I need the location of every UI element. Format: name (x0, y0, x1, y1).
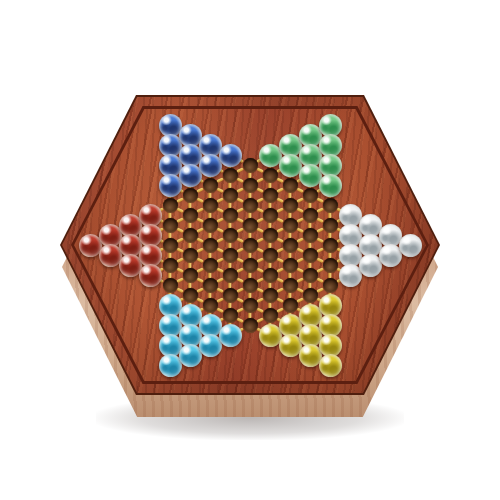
board-hole[interactable] (283, 238, 298, 253)
board-hole[interactable] (203, 238, 218, 253)
board-hole[interactable] (223, 188, 238, 203)
board-hole[interactable] (323, 258, 338, 273)
board-hole[interactable] (263, 228, 278, 243)
board-hole[interactable] (223, 208, 238, 223)
board-hole[interactable] (183, 248, 198, 263)
marble-yellow[interactable] (279, 334, 302, 357)
board-hole[interactable] (323, 238, 338, 253)
board-hole[interactable] (283, 298, 298, 313)
marble-white[interactable] (339, 264, 362, 287)
board-hole[interactable] (243, 278, 258, 293)
board-hole[interactable] (283, 258, 298, 273)
board-hole[interactable] (223, 228, 238, 243)
board-hole[interactable] (183, 288, 198, 303)
marble-red[interactable] (79, 234, 102, 257)
board-hole[interactable] (243, 238, 258, 253)
marble-blue[interactable] (199, 154, 222, 177)
board-hole[interactable] (263, 268, 278, 283)
board-hole[interactable] (223, 168, 238, 183)
marble-blue[interactable] (179, 164, 202, 187)
board-hole[interactable] (323, 218, 338, 233)
marble-blue[interactable] (219, 144, 242, 167)
marble-green[interactable] (259, 144, 282, 167)
board-hole[interactable] (263, 308, 278, 323)
board-hole[interactable] (223, 268, 238, 283)
board-hole[interactable] (263, 288, 278, 303)
board-hole[interactable] (203, 298, 218, 313)
board-hole[interactable] (283, 278, 298, 293)
board-hole[interactable] (223, 308, 238, 323)
board-hole[interactable] (183, 208, 198, 223)
board-hole[interactable] (163, 238, 178, 253)
board-hole[interactable] (263, 168, 278, 183)
board-hole[interactable] (243, 318, 258, 333)
board-hole[interactable] (283, 198, 298, 213)
board-hole[interactable] (243, 158, 258, 173)
board-hole[interactable] (183, 228, 198, 243)
board-hole[interactable] (243, 178, 258, 193)
board-hole[interactable] (303, 228, 318, 243)
board-hole[interactable] (263, 188, 278, 203)
board-hole[interactable] (323, 198, 338, 213)
board-hole[interactable] (203, 258, 218, 273)
marble-cyan[interactable] (159, 354, 182, 377)
board-hole[interactable] (283, 178, 298, 193)
board-hole[interactable] (163, 278, 178, 293)
board-hole[interactable] (223, 288, 238, 303)
board-hole[interactable] (203, 278, 218, 293)
marble-red[interactable] (119, 254, 142, 277)
marble-red[interactable] (139, 264, 162, 287)
board-hole[interactable] (303, 288, 318, 303)
marble-blue[interactable] (159, 174, 182, 197)
board-hole[interactable] (303, 248, 318, 263)
board-hole[interactable] (203, 218, 218, 233)
marble-yellow[interactable] (319, 354, 342, 377)
marble-green[interactable] (319, 174, 342, 197)
board-hole[interactable] (303, 208, 318, 223)
board-hole[interactable] (163, 218, 178, 233)
marble-cyan[interactable] (219, 324, 242, 347)
board-hole[interactable] (263, 208, 278, 223)
board-playing-field (74, 109, 426, 381)
board-hole[interactable] (183, 268, 198, 283)
board-hole[interactable] (163, 198, 178, 213)
board-hole[interactable] (243, 298, 258, 313)
board-hole[interactable] (203, 198, 218, 213)
marble-white[interactable] (379, 244, 402, 267)
board-hole[interactable] (223, 248, 238, 263)
board-hole[interactable] (243, 198, 258, 213)
board-hole[interactable] (183, 188, 198, 203)
marble-green[interactable] (279, 154, 302, 177)
marble-cyan[interactable] (199, 334, 222, 357)
marble-cyan[interactable] (179, 344, 202, 367)
board-hole[interactable] (283, 218, 298, 233)
marble-red[interactable] (99, 244, 122, 267)
board-hole[interactable] (303, 268, 318, 283)
board-hole[interactable] (323, 278, 338, 293)
board-hole[interactable] (163, 258, 178, 273)
chinese-checkers-product-photo (0, 0, 500, 500)
board (60, 95, 440, 395)
board-hole[interactable] (303, 188, 318, 203)
marble-yellow[interactable] (259, 324, 282, 347)
marble-yellow[interactable] (299, 344, 322, 367)
board-hole[interactable] (243, 218, 258, 233)
marble-green[interactable] (299, 164, 322, 187)
board-hole[interactable] (203, 178, 218, 193)
board-hole[interactable] (243, 258, 258, 273)
board-hole[interactable] (263, 248, 278, 263)
marble-white[interactable] (399, 234, 422, 257)
marble-white[interactable] (359, 254, 382, 277)
